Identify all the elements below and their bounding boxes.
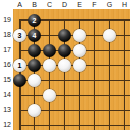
point-b16: [27, 58, 42, 73]
go-board[interactable]: 2431: [13, 9, 130, 130]
point-a18: 3: [12, 28, 27, 43]
row-label-16: 16: [0, 60, 11, 70]
row-label-12: 12: [0, 120, 11, 130]
row-label-14: 14: [0, 90, 11, 100]
point-b17: [27, 43, 42, 58]
black-stone-d18: [58, 29, 71, 42]
column-label-g: G: [104, 0, 116, 9]
point-c16: [42, 58, 57, 73]
white-stone-a16: 1: [13, 59, 26, 72]
column-label-a: A: [14, 0, 26, 9]
point-d18: [57, 28, 72, 43]
point-g18: [102, 28, 117, 43]
point-c14: [42, 88, 57, 103]
white-stone-d16: [58, 59, 71, 72]
column-label-h: H: [119, 0, 131, 9]
point-b18: 4: [27, 28, 42, 43]
column-label-c: C: [44, 0, 56, 9]
white-stone-b15: [28, 74, 41, 87]
black-stone-b16: [28, 59, 41, 72]
white-stone-c14: [43, 89, 56, 102]
point-b15: [27, 73, 42, 88]
point-a15: [12, 73, 27, 88]
point-b19: 2: [27, 13, 42, 28]
black-stone-b17: [28, 44, 41, 57]
white-stone-b13: [28, 104, 41, 117]
black-stone-b19: 2: [28, 14, 41, 27]
white-stone-e18: [73, 29, 86, 42]
white-stone-g18: [103, 29, 116, 42]
point-b13: [27, 103, 42, 118]
point-d17: [57, 43, 72, 58]
go-diagram: 2431 ABCDEFGH 1918171615141312: [0, 0, 130, 130]
white-stone-c16: [43, 59, 56, 72]
row-label-13: 13: [0, 105, 11, 115]
white-stone-e16: [73, 59, 86, 72]
black-stone-c17: [43, 44, 56, 57]
row-label-18: 18: [0, 30, 11, 40]
row-label-15: 15: [0, 75, 11, 85]
row-label-17: 17: [0, 45, 11, 55]
black-stone-d17: [58, 44, 71, 57]
point-e18: [72, 28, 87, 43]
point-c17: [42, 43, 57, 58]
black-stone-a15: [13, 74, 26, 87]
column-label-d: D: [59, 0, 71, 9]
point-e17: [72, 43, 87, 58]
white-stone-e17: [73, 44, 86, 57]
point-e16: [72, 58, 87, 73]
column-label-f: F: [89, 0, 101, 9]
stones-layer: 2431: [12, 13, 130, 131]
black-stone-b18: 4: [28, 29, 41, 42]
row-label-19: 19: [0, 15, 11, 25]
white-stone-a18: 3: [13, 29, 26, 42]
point-a16: 1: [12, 58, 27, 73]
column-label-e: E: [74, 0, 86, 9]
column-label-b: B: [29, 0, 41, 9]
point-d16: [57, 58, 72, 73]
